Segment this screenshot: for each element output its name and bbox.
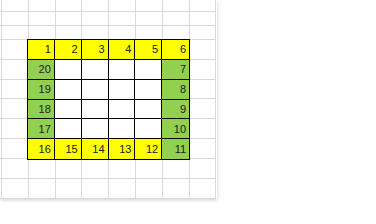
board-cell-r3c2[interactable] bbox=[55, 80, 82, 100]
sheet-cell[interactable] bbox=[82, 159, 109, 179]
sheet-cell[interactable] bbox=[163, 26, 190, 40]
sheet-cell[interactable] bbox=[56, 159, 83, 179]
sheet-cell[interactable] bbox=[190, 12, 217, 26]
sheet-cell[interactable] bbox=[109, 159, 136, 179]
board-cell-r3c1[interactable]: 19 bbox=[28, 80, 55, 100]
board-cell-r6c1[interactable]: 16 bbox=[28, 139, 55, 159]
sheet-cell[interactable] bbox=[190, 40, 217, 60]
board-cell-r2c3[interactable] bbox=[82, 60, 109, 80]
board-cell-r2c2[interactable] bbox=[55, 60, 82, 80]
sheet-cell[interactable] bbox=[2, 80, 29, 100]
sheet-cell[interactable] bbox=[2, 119, 29, 139]
sheet-cell[interactable] bbox=[29, 159, 56, 179]
sheet-cell[interactable] bbox=[29, 179, 56, 199]
board-cell-r2c4[interactable] bbox=[109, 60, 136, 80]
screenshot-canvas: 1234562071981891710161514131211 bbox=[0, 0, 376, 224]
board-cell-r3c5[interactable] bbox=[135, 80, 162, 100]
sheet-cell[interactable] bbox=[136, 159, 163, 179]
board-cell-r2c1[interactable]: 20 bbox=[28, 60, 55, 80]
sheet-cell[interactable] bbox=[82, 179, 109, 199]
sheet-cell[interactable] bbox=[163, 12, 190, 26]
sheet-cell[interactable] bbox=[109, 26, 136, 40]
board-cell-r3c3[interactable] bbox=[82, 80, 109, 100]
sheet-cell[interactable] bbox=[2, 139, 29, 159]
sheet-cell[interactable] bbox=[163, 0, 190, 12]
board-cell-r6c5[interactable]: 12 bbox=[135, 139, 162, 159]
sheet-cell[interactable] bbox=[136, 26, 163, 40]
sheet-cell[interactable] bbox=[82, 0, 109, 12]
board-cell-r4c3[interactable] bbox=[82, 100, 109, 120]
board-cell-r6c6[interactable]: 11 bbox=[162, 139, 189, 159]
board-cell-r3c4[interactable] bbox=[109, 80, 136, 100]
sheet-cell[interactable] bbox=[136, 179, 163, 199]
sheet-cell[interactable] bbox=[2, 40, 29, 60]
board-cell-r3c6[interactable]: 8 bbox=[162, 80, 189, 100]
sheet-cell[interactable] bbox=[190, 99, 217, 119]
sheet-cell[interactable] bbox=[109, 179, 136, 199]
sheet-cell[interactable] bbox=[56, 12, 83, 26]
board-cell-r1c4[interactable]: 4 bbox=[109, 40, 136, 60]
board-cell-r4c6[interactable]: 9 bbox=[162, 100, 189, 120]
sheet-cell[interactable] bbox=[2, 159, 29, 179]
board-cell-r5c6[interactable]: 10 bbox=[162, 119, 189, 139]
board-cell-r1c1[interactable]: 1 bbox=[28, 40, 55, 60]
sheet-cell[interactable] bbox=[163, 179, 190, 199]
board-cell-r6c2[interactable]: 15 bbox=[55, 139, 82, 159]
sheet-cell[interactable] bbox=[82, 26, 109, 40]
sheet-cell[interactable] bbox=[29, 12, 56, 26]
sheet-cell[interactable] bbox=[29, 0, 56, 12]
sheet-cell[interactable] bbox=[56, 0, 83, 12]
sheet-cell[interactable] bbox=[136, 0, 163, 12]
sheet-cell[interactable] bbox=[2, 12, 29, 26]
board-cell-r5c5[interactable] bbox=[135, 119, 162, 139]
sheet-cell[interactable] bbox=[56, 179, 83, 199]
sheet-cell[interactable] bbox=[82, 12, 109, 26]
sheet-cell[interactable] bbox=[190, 159, 217, 179]
board-cell-r1c3[interactable]: 3 bbox=[82, 40, 109, 60]
board-cell-r2c5[interactable] bbox=[135, 60, 162, 80]
board-cell-r1c2[interactable]: 2 bbox=[55, 40, 82, 60]
sheet-cell[interactable] bbox=[109, 12, 136, 26]
board-cell-r2c6[interactable]: 7 bbox=[162, 60, 189, 80]
board: 1234562071981891710161514131211 bbox=[27, 39, 190, 160]
sheet-cell[interactable] bbox=[136, 12, 163, 26]
sheet-cell[interactable] bbox=[190, 80, 217, 100]
board-cell-r5c1[interactable]: 17 bbox=[28, 119, 55, 139]
sheet-cell[interactable] bbox=[2, 0, 29, 12]
board-cell-r4c1[interactable]: 18 bbox=[28, 100, 55, 120]
board-cell-r4c5[interactable] bbox=[135, 100, 162, 120]
sheet-cell[interactable] bbox=[190, 60, 217, 80]
sheet-cell[interactable] bbox=[190, 26, 217, 40]
sheet-cell[interactable] bbox=[2, 26, 29, 40]
sheet-cell[interactable] bbox=[29, 26, 56, 40]
board-cell-r5c4[interactable] bbox=[109, 119, 136, 139]
board-cell-r6c4[interactable]: 13 bbox=[109, 139, 136, 159]
board-cell-r1c5[interactable]: 5 bbox=[135, 40, 162, 60]
board-cell-r4c2[interactable] bbox=[55, 100, 82, 120]
board-cell-r6c3[interactable]: 14 bbox=[82, 139, 109, 159]
board-cell-r1c6[interactable]: 6 bbox=[162, 40, 189, 60]
sheet-cell[interactable] bbox=[190, 179, 217, 199]
sheet-cell[interactable] bbox=[56, 26, 83, 40]
sheet-cell[interactable] bbox=[190, 119, 217, 139]
sheet-cell[interactable] bbox=[109, 0, 136, 12]
sheet-cell[interactable] bbox=[2, 99, 29, 119]
sheet-cell[interactable] bbox=[2, 60, 29, 80]
sheet-cell[interactable] bbox=[190, 139, 217, 159]
sheet-cell[interactable] bbox=[190, 0, 217, 12]
board-cell-r5c2[interactable] bbox=[55, 119, 82, 139]
sheet-cell[interactable] bbox=[2, 179, 29, 199]
sheet-cell[interactable] bbox=[163, 159, 190, 179]
board-cell-r5c3[interactable] bbox=[82, 119, 109, 139]
board-cell-r4c4[interactable] bbox=[109, 100, 136, 120]
